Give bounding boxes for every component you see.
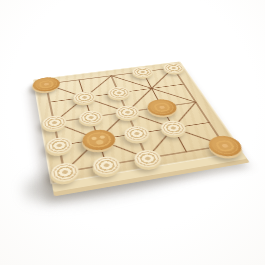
board-point[interactable] [68, 74, 91, 87]
piece-light[interactable] [72, 90, 98, 105]
piece-light[interactable] [131, 148, 163, 169]
board-point[interactable] [139, 82, 164, 95]
piece-light[interactable] [113, 104, 141, 120]
piece-dark-large[interactable] [203, 134, 246, 158]
piece-light[interactable] [130, 66, 155, 78]
piece-light[interactable] [122, 125, 152, 143]
board-point[interactable] [182, 95, 210, 109]
piece-light[interactable] [106, 86, 132, 100]
board-point[interactable] [38, 95, 62, 109]
piece-light[interactable] [41, 114, 68, 131]
piece-light[interactable] [91, 154, 123, 175]
piece-fox-large[interactable] [80, 128, 118, 152]
piece-dark-large[interactable] [144, 98, 180, 118]
piece-dark-large[interactable] [31, 76, 61, 93]
board-point[interactable] [194, 115, 224, 131]
board-point[interactable] [171, 78, 197, 91]
piece-light[interactable] [78, 109, 105, 125]
board-points-grid [28, 59, 252, 191]
board-3d-wrapper [33, 61, 244, 185]
product-photo-scene [0, 0, 265, 265]
piece-light[interactable] [45, 136, 74, 155]
board-point[interactable] [100, 70, 123, 82]
piece-light[interactable] [158, 119, 189, 137]
piece-light[interactable] [49, 161, 80, 183]
wooden-board[interactable] [33, 61, 244, 185]
board-point[interactable] [171, 142, 203, 161]
piece-light[interactable] [161, 62, 186, 74]
